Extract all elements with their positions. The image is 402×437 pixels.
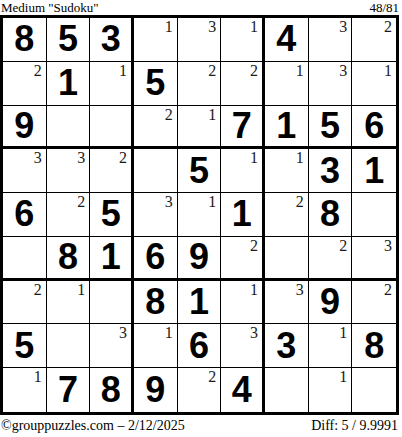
cell-r7c4[interactable]: 8: [134, 281, 178, 325]
given-digit: 8: [309, 193, 352, 236]
given-digit: 1: [47, 62, 90, 105]
cell-r8c4[interactable]: 1: [134, 324, 178, 368]
cell-r9c7[interactable]: [265, 368, 309, 412]
cell-r2c9[interactable]: 1: [352, 62, 396, 106]
given-digit: 1: [178, 281, 221, 324]
cell-r4c7[interactable]: 1: [265, 149, 309, 193]
pencil-mark: 1: [250, 150, 258, 166]
cell-r7c3[interactable]: [90, 281, 134, 325]
pencil-mark: 2: [34, 282, 42, 298]
pencil-mark: 3: [165, 194, 173, 210]
cell-r6c5[interactable]: 9: [178, 237, 222, 281]
cell-r5c1[interactable]: 6: [3, 193, 47, 237]
pencil-mark: 2: [296, 194, 304, 210]
footer: ©grouppuzzles.com – 2/12/2025 Diff: 5 / …: [0, 418, 399, 434]
cell-r7c5[interactable]: 1: [178, 281, 222, 325]
cell-r6c9[interactable]: 3: [352, 237, 396, 281]
pencil-mark: 3: [384, 238, 392, 254]
pencil-mark: 2: [34, 63, 42, 79]
pencil-mark: 3: [250, 325, 258, 341]
cell-r6c3[interactable]: 1: [90, 237, 134, 281]
cell-r1c5[interactable]: 3: [178, 18, 222, 62]
pencil-mark: 1: [77, 282, 85, 298]
given-digit: 6: [134, 237, 177, 278]
cell-r8c6[interactable]: 3: [221, 324, 265, 368]
given-digit: 9: [134, 368, 177, 412]
cell-r5c5[interactable]: 1: [178, 193, 222, 237]
pencil-mark: 2: [77, 194, 85, 210]
given-digit: 5: [3, 324, 46, 367]
cell-r2c2[interactable]: 1: [47, 62, 91, 106]
cell-r9c9[interactable]: [352, 368, 396, 412]
cell-r2c7[interactable]: 1: [265, 62, 309, 106]
cell-r1c3[interactable]: 3: [90, 18, 134, 62]
cell-r8c2[interactable]: [47, 324, 91, 368]
difficulty-rating: Diff: 5 / 9.9991: [311, 418, 398, 434]
given-digit: 7: [221, 106, 262, 147]
pencil-mark: 1: [119, 63, 127, 79]
pencil-mark: 1: [208, 194, 216, 210]
pencil-mark: 3: [208, 19, 216, 35]
cell-r4c8[interactable]: 3: [309, 149, 353, 193]
cell-counter: 48/81: [369, 0, 399, 15]
pencil-mark: 2: [250, 238, 258, 254]
given-digit: 4: [265, 18, 308, 61]
pencil-mark: 1: [384, 63, 392, 79]
cell-r2c3[interactable]: 1: [90, 62, 134, 106]
cell-r5c8[interactable]: 8: [309, 193, 353, 237]
pencil-mark: 3: [339, 19, 347, 35]
pencil-mark: 1: [250, 282, 258, 298]
pencil-mark: 1: [165, 325, 173, 341]
cell-r3c3[interactable]: [90, 106, 134, 150]
given-digit: 1: [352, 149, 396, 192]
cell-r1c1[interactable]: 8: [3, 18, 47, 62]
cell-r5c2[interactable]: 2: [47, 193, 91, 237]
given-digit: 3: [265, 324, 308, 367]
cell-r3c4[interactable]: 2: [134, 106, 178, 150]
cell-r5c3[interactable]: 5: [90, 193, 134, 237]
pencil-mark: 2: [384, 282, 392, 298]
cell-r3c6[interactable]: 7: [221, 106, 265, 150]
given-digit: 9: [309, 281, 352, 324]
cell-r3c1[interactable]: 9: [3, 106, 47, 150]
pencil-mark: 1: [339, 325, 347, 341]
cell-r6c8[interactable]: 2: [309, 237, 353, 281]
cell-r9c1[interactable]: 1: [3, 368, 47, 412]
given-digit: 8: [134, 281, 177, 324]
given-digit: 6: [178, 324, 221, 367]
pencil-mark: 1: [250, 19, 258, 35]
given-digit: 8: [90, 368, 131, 412]
cell-r6c4[interactable]: 6: [134, 237, 178, 281]
cell-r1c2[interactable]: 5: [47, 18, 91, 62]
pencil-mark: 2: [208, 369, 216, 385]
sudoku-board: 8531314322115221319217156332511316253112…: [0, 15, 399, 415]
given-digit: 5: [309, 106, 352, 147]
cell-r4c1[interactable]: 3: [3, 149, 47, 193]
pencil-mark: 1: [296, 63, 304, 79]
cell-r6c7[interactable]: [265, 237, 309, 281]
pencil-mark: 2: [165, 107, 173, 123]
cell-r7c8[interactable]: 9: [309, 281, 353, 325]
given-digit: 8: [3, 18, 46, 61]
cell-r9c2[interactable]: 7: [47, 368, 91, 412]
cell-r9c6[interactable]: 4: [221, 368, 265, 412]
cell-r6c1[interactable]: [3, 237, 47, 281]
cell-r4c9[interactable]: 1: [352, 149, 396, 193]
cell-r4c2[interactable]: 3: [47, 149, 91, 193]
cell-r5c7[interactable]: 2: [265, 193, 309, 237]
given-digit: 8: [47, 237, 90, 278]
cell-r8c1[interactable]: 5: [3, 324, 47, 368]
pencil-mark: 3: [77, 150, 85, 166]
cell-r7c6[interactable]: 1: [221, 281, 265, 325]
given-digit: 6: [3, 193, 46, 236]
given-digit: 9: [3, 106, 46, 147]
copyright-date: ©grouppuzzles.com – 2/12/2025: [1, 418, 185, 434]
cell-r8c5[interactable]: 6: [178, 324, 222, 368]
given-digit: 9: [178, 237, 221, 278]
given-digit: 6: [352, 106, 396, 147]
puzzle-title: Medium "Sudoku": [1, 0, 99, 15]
cell-r8c3[interactable]: 3: [90, 324, 134, 368]
cell-r8c9[interactable]: 8: [352, 324, 396, 368]
cell-r9c3[interactable]: 8: [90, 368, 134, 412]
pencil-mark: 3: [119, 325, 127, 341]
cell-r9c5[interactable]: 2: [178, 368, 222, 412]
pencil-mark: 2: [250, 63, 258, 79]
cell-r4c3[interactable]: 2: [90, 149, 134, 193]
pencil-mark: 3: [296, 282, 304, 298]
cell-r8c8[interactable]: 1: [309, 324, 353, 368]
header: Medium "Sudoku" 48/81: [0, 0, 402, 15]
cell-r2c4[interactable]: 5: [134, 62, 178, 106]
cell-r4c6[interactable]: 1: [221, 149, 265, 193]
pencil-mark: 1: [339, 369, 347, 385]
cell-r9c4[interactable]: 9: [134, 368, 178, 412]
cell-r2c1[interactable]: 2: [3, 62, 47, 106]
pencil-mark: 3: [339, 63, 347, 79]
cell-r2c6[interactable]: 2: [221, 62, 265, 106]
cell-r8c7[interactable]: 3: [265, 324, 309, 368]
cell-r5c9[interactable]: [352, 193, 396, 237]
pencil-mark: 3: [34, 150, 42, 166]
cell-r1c7[interactable]: 4: [265, 18, 309, 62]
cell-r5c4[interactable]: 3: [134, 193, 178, 237]
cell-r7c2[interactable]: 1: [47, 281, 91, 325]
given-digit: 5: [90, 193, 131, 236]
given-digit: 7: [47, 368, 90, 412]
given-digit: 3: [90, 18, 131, 61]
cell-r6c2[interactable]: 8: [47, 237, 91, 281]
cell-r1c6[interactable]: 1: [221, 18, 265, 62]
given-digit: 4: [221, 368, 262, 412]
given-digit: 5: [178, 149, 221, 192]
given-digit: 5: [134, 62, 177, 105]
cell-r6c6[interactable]: 2: [221, 237, 265, 281]
cell-r1c9[interactable]: 2: [352, 18, 396, 62]
cell-r3c9[interactable]: 6: [352, 106, 396, 150]
given-digit: 8: [352, 324, 396, 367]
cell-r7c7[interactable]: 3: [265, 281, 309, 325]
cell-r3c7[interactable]: 1: [265, 106, 309, 150]
cell-r3c8[interactable]: 5: [309, 106, 353, 150]
pencil-mark: 1: [34, 369, 42, 385]
given-digit: 3: [309, 149, 352, 192]
cell-r4c5[interactable]: 5: [178, 149, 222, 193]
cell-r1c4[interactable]: 1: [134, 18, 178, 62]
pencil-mark: 1: [208, 107, 216, 123]
cell-r3c5[interactable]: 1: [178, 106, 222, 150]
cell-r7c9[interactable]: 2: [352, 281, 396, 325]
given-digit: 1: [265, 106, 308, 147]
cell-r2c8[interactable]: 3: [309, 62, 353, 106]
pencil-mark: 1: [165, 19, 173, 35]
cell-r9c8[interactable]: 1: [309, 368, 353, 412]
pencil-mark: 2: [339, 238, 347, 254]
cell-r7c1[interactable]: 2: [3, 281, 47, 325]
given-digit: 1: [90, 237, 131, 278]
pencil-mark: 2: [208, 63, 216, 79]
pencil-mark: 2: [119, 150, 127, 166]
cell-r2c5[interactable]: 2: [178, 62, 222, 106]
pencil-mark: 2: [384, 19, 392, 35]
given-digit: 1: [221, 193, 262, 236]
cell-r5c6[interactable]: 1: [221, 193, 265, 237]
pencil-mark: 1: [296, 150, 304, 166]
cell-r1c8[interactable]: 3: [309, 18, 353, 62]
cell-r4c4[interactable]: [134, 149, 178, 193]
given-digit: 5: [47, 18, 90, 61]
cell-r3c2[interactable]: [47, 106, 91, 150]
